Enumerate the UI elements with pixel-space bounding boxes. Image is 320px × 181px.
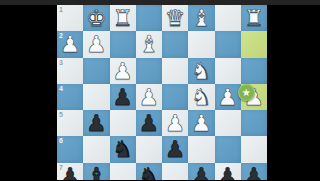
square-c6[interactable] xyxy=(188,136,214,162)
square-e1[interactable] xyxy=(136,5,162,31)
square-f2[interactable] xyxy=(110,31,136,57)
white-pawn[interactable]: ♟ xyxy=(136,84,162,110)
best-move-star-badge: ★ xyxy=(238,84,255,101)
square-c3[interactable]: ♞ xyxy=(188,58,214,84)
square-h5[interactable]: 5 xyxy=(57,110,83,136)
square-b2[interactable] xyxy=(215,31,241,57)
square-a5[interactable] xyxy=(241,110,267,136)
square-f5[interactable] xyxy=(110,110,136,136)
chess-board[interactable]: 1♚♜♛♝♜2♟♟♝3♟♞4♟♟♞♟♟★5♟♟♟♟6♞♟7♟♝♞♟♟♟ xyxy=(57,5,267,180)
white-pawn[interactable]: ♟ xyxy=(57,31,83,57)
rank-label-6: 6 xyxy=(59,137,63,145)
square-h4[interactable]: 4 xyxy=(57,84,83,110)
black-pawn[interactable]: ♟ xyxy=(215,163,241,181)
white-pawn[interactable]: ♟ xyxy=(83,31,109,57)
rank-label-1: 1 xyxy=(59,6,63,14)
square-g4[interactable] xyxy=(83,84,109,110)
white-pawn[interactable]: ♟ xyxy=(188,110,214,136)
square-h7[interactable]: 7♟ xyxy=(57,163,83,181)
square-g6[interactable] xyxy=(83,136,109,162)
square-b4[interactable]: ♟ xyxy=(215,84,241,110)
black-pawn[interactable]: ♟ xyxy=(110,84,136,110)
square-g3[interactable] xyxy=(83,58,109,84)
square-d5[interactable]: ♟ xyxy=(162,110,188,136)
square-d1[interactable]: ♛ xyxy=(162,5,188,31)
square-a2[interactable] xyxy=(241,31,267,57)
square-f7[interactable] xyxy=(110,163,136,181)
square-f6[interactable]: ♞ xyxy=(110,136,136,162)
white-bishop[interactable]: ♝ xyxy=(188,5,214,31)
white-bishop[interactable]: ♝ xyxy=(136,31,162,57)
square-f1[interactable]: ♜ xyxy=(110,5,136,31)
screen: 1♚♜♛♝♜2♟♟♝3♟♞4♟♟♞♟♟★5♟♟♟♟6♞♟7♟♝♞♟♟♟ xyxy=(0,0,320,180)
square-a7[interactable]: ♟ xyxy=(241,163,267,181)
square-e6[interactable] xyxy=(136,136,162,162)
square-e2[interactable]: ♝ xyxy=(136,31,162,57)
square-e7[interactable]: ♞ xyxy=(136,163,162,181)
black-knight[interactable]: ♞ xyxy=(110,136,136,162)
square-e3[interactable] xyxy=(136,58,162,84)
square-e4[interactable]: ♟ xyxy=(136,84,162,110)
white-knight[interactable]: ♞ xyxy=(188,84,214,110)
square-b3[interactable] xyxy=(215,58,241,84)
white-queen[interactable]: ♛ xyxy=(162,5,188,31)
square-h6[interactable]: 6 xyxy=(57,136,83,162)
black-pawn[interactable]: ♟ xyxy=(57,163,83,181)
square-a3[interactable] xyxy=(241,58,267,84)
white-rook[interactable]: ♜ xyxy=(241,5,267,31)
square-g5[interactable]: ♟ xyxy=(83,110,109,136)
square-c2[interactable] xyxy=(188,31,214,57)
square-d3[interactable] xyxy=(162,58,188,84)
square-d2[interactable] xyxy=(162,31,188,57)
black-knight[interactable]: ♞ xyxy=(136,163,162,181)
white-pawn[interactable]: ♟ xyxy=(215,84,241,110)
rank-label-3: 3 xyxy=(59,59,63,67)
black-pawn[interactable]: ♟ xyxy=(162,136,188,162)
square-e5[interactable]: ♟ xyxy=(136,110,162,136)
square-d7[interactable] xyxy=(162,163,188,181)
square-c5[interactable]: ♟ xyxy=(188,110,214,136)
square-b6[interactable] xyxy=(215,136,241,162)
square-g7[interactable]: ♝ xyxy=(83,163,109,181)
square-c1[interactable]: ♝ xyxy=(188,5,214,31)
square-g2[interactable]: ♟ xyxy=(83,31,109,57)
square-a1[interactable]: ♜ xyxy=(241,5,267,31)
rank-label-5: 5 xyxy=(59,111,63,119)
square-b1[interactable] xyxy=(215,5,241,31)
square-h2[interactable]: 2♟ xyxy=(57,31,83,57)
window-top-bar xyxy=(0,0,320,5)
white-rook[interactable]: ♜ xyxy=(110,5,136,31)
white-knight[interactable]: ♞ xyxy=(188,58,214,84)
black-bishop[interactable]: ♝ xyxy=(83,163,109,181)
black-pawn[interactable]: ♟ xyxy=(188,163,214,181)
square-a6[interactable] xyxy=(241,136,267,162)
square-a4[interactable]: ♟★ xyxy=(241,84,267,110)
square-g1[interactable]: ♚ xyxy=(83,5,109,31)
rank-label-4: 4 xyxy=(59,85,63,93)
square-f4[interactable]: ♟ xyxy=(110,84,136,110)
white-pawn[interactable]: ♟ xyxy=(110,58,136,84)
square-f3[interactable]: ♟ xyxy=(110,58,136,84)
square-c7[interactable]: ♟ xyxy=(188,163,214,181)
white-king[interactable]: ♚ xyxy=(83,5,109,31)
black-pawn[interactable]: ♟ xyxy=(83,110,109,136)
square-h1[interactable]: 1 xyxy=(57,5,83,31)
square-d4[interactable] xyxy=(162,84,188,110)
square-b7[interactable]: ♟ xyxy=(215,163,241,181)
square-h3[interactable]: 3 xyxy=(57,58,83,84)
white-pawn[interactable]: ♟ xyxy=(162,110,188,136)
black-pawn[interactable]: ♟ xyxy=(241,163,267,181)
square-b5[interactable] xyxy=(215,110,241,136)
black-pawn[interactable]: ♟ xyxy=(136,110,162,136)
square-d6[interactable]: ♟ xyxy=(162,136,188,162)
square-c4[interactable]: ♞ xyxy=(188,84,214,110)
